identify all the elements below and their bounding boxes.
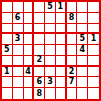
cell-r2-c5-empty[interactable] bbox=[45, 13, 56, 24]
cell-r9-c5-empty[interactable] bbox=[45, 88, 56, 99]
cell-r1-c3-empty[interactable] bbox=[24, 2, 35, 13]
given-digit: 7 bbox=[69, 78, 75, 86]
cell-r9-c2-empty[interactable] bbox=[13, 88, 24, 99]
cell-r7-c7-given-2[interactable]: 2 bbox=[67, 67, 78, 78]
cell-r6-c2-empty[interactable] bbox=[13, 56, 24, 67]
given-digit: 5 bbox=[4, 46, 10, 54]
cell-r6-c6-empty[interactable] bbox=[56, 56, 67, 67]
cell-r2-c7-given-8[interactable]: 8 bbox=[67, 13, 78, 24]
given-digit: 8 bbox=[36, 90, 42, 98]
cell-r1-c9-empty[interactable] bbox=[88, 2, 99, 13]
cell-r9-c6-empty[interactable] bbox=[56, 88, 67, 99]
given-digit: 1 bbox=[4, 68, 10, 76]
cell-r6-c8-empty[interactable] bbox=[77, 56, 88, 67]
cell-r3-c6-empty[interactable] bbox=[56, 24, 67, 35]
cell-r1-c8-empty[interactable] bbox=[77, 2, 88, 13]
cell-r6-c7-empty[interactable] bbox=[67, 56, 78, 67]
cell-r3-c2-empty[interactable] bbox=[13, 24, 24, 35]
cell-r8-c8-empty[interactable] bbox=[77, 77, 88, 88]
given-digit: 4 bbox=[25, 68, 31, 76]
cell-r1-c5-given-5[interactable]: 5 bbox=[45, 2, 56, 13]
cell-r1-c2-empty[interactable] bbox=[13, 2, 24, 13]
given-digit: 1 bbox=[57, 3, 63, 11]
cell-r6-c5-empty[interactable] bbox=[45, 56, 56, 67]
cell-r2-c4-empty[interactable] bbox=[34, 13, 45, 24]
cell-r8-c9-empty[interactable] bbox=[88, 77, 99, 88]
cell-r1-c7-empty[interactable] bbox=[67, 2, 78, 13]
cell-r1-c4-empty[interactable] bbox=[34, 2, 45, 13]
cell-r3-c5-empty[interactable] bbox=[45, 24, 56, 35]
cell-r2-c8-empty[interactable] bbox=[77, 13, 88, 24]
cell-r2-c2-given-6[interactable]: 6 bbox=[13, 13, 24, 24]
cell-r1-c6-given-1[interactable]: 1 bbox=[56, 2, 67, 13]
given-digit: 4 bbox=[80, 46, 86, 54]
cell-r7-c4-empty[interactable] bbox=[34, 67, 45, 78]
cell-r4-c3-empty[interactable] bbox=[24, 34, 35, 45]
cell-r7-c6-empty[interactable] bbox=[56, 67, 67, 78]
given-digit: 8 bbox=[69, 14, 75, 22]
cell-r3-c9-empty[interactable] bbox=[88, 24, 99, 35]
cell-r3-c4-empty[interactable] bbox=[34, 24, 45, 35]
given-digit: 5 bbox=[80, 35, 86, 43]
cell-r8-c3-empty[interactable] bbox=[24, 77, 35, 88]
cell-r3-c3-empty[interactable] bbox=[24, 24, 35, 35]
cell-r1-c1-empty[interactable] bbox=[2, 2, 13, 13]
cell-r4-c1-empty[interactable] bbox=[2, 34, 13, 45]
cell-r5-c4-empty[interactable] bbox=[34, 45, 45, 56]
given-digit: 6 bbox=[36, 78, 42, 86]
cell-r4-c8-given-5[interactable]: 5 bbox=[77, 34, 88, 45]
cell-r9-c7-empty[interactable] bbox=[67, 88, 78, 99]
cell-r6-c9-empty[interactable] bbox=[88, 56, 99, 67]
cell-r8-c2-empty[interactable] bbox=[13, 77, 24, 88]
cell-r5-c7-empty[interactable] bbox=[67, 45, 78, 56]
cell-r6-c3-empty[interactable] bbox=[24, 56, 35, 67]
cell-r6-c1-empty[interactable] bbox=[2, 56, 13, 67]
cell-r5-c2-empty[interactable] bbox=[13, 45, 24, 56]
cell-r5-c8-given-4[interactable]: 4 bbox=[77, 45, 88, 56]
cell-r7-c1-given-1[interactable]: 1 bbox=[2, 67, 13, 78]
cell-r3-c7-empty[interactable] bbox=[67, 24, 78, 35]
cell-r4-c5-empty[interactable] bbox=[45, 34, 56, 45]
cell-r3-c8-empty[interactable] bbox=[77, 24, 88, 35]
cell-r7-c3-given-4[interactable]: 4 bbox=[24, 67, 35, 78]
cell-r8-c1-empty[interactable] bbox=[2, 77, 13, 88]
cell-r4-c9-given-1[interactable]: 1 bbox=[88, 34, 99, 45]
given-digit: 6 bbox=[15, 14, 21, 22]
cell-r2-c6-empty[interactable] bbox=[56, 13, 67, 24]
cell-r7-c9-empty[interactable] bbox=[88, 67, 99, 78]
given-digit: 3 bbox=[15, 35, 21, 43]
cell-r9-c9-empty[interactable] bbox=[88, 88, 99, 99]
given-digit: 3 bbox=[47, 78, 53, 86]
cell-r6-c4-given-2[interactable]: 2 bbox=[34, 56, 45, 67]
cell-r9-c8-empty[interactable] bbox=[77, 88, 88, 99]
given-digit: 1 bbox=[91, 35, 97, 43]
cell-r2-c1-empty[interactable] bbox=[2, 13, 13, 24]
cell-r4-c7-empty[interactable] bbox=[67, 34, 78, 45]
cell-r5-c9-empty[interactable] bbox=[88, 45, 99, 56]
cell-r4-c6-empty[interactable] bbox=[56, 34, 67, 45]
cell-r2-c9-empty[interactable] bbox=[88, 13, 99, 24]
cell-r5-c3-empty[interactable] bbox=[24, 45, 35, 56]
sudoku-board: 51683515421426378 bbox=[0, 0, 101, 101]
given-digit: 2 bbox=[36, 56, 42, 64]
cell-r4-c4-empty[interactable] bbox=[34, 34, 45, 45]
cell-r5-c5-empty[interactable] bbox=[45, 45, 56, 56]
cell-r7-c8-empty[interactable] bbox=[77, 67, 88, 78]
cell-r8-c5-given-3[interactable]: 3 bbox=[45, 77, 56, 88]
cell-r5-c6-empty[interactable] bbox=[56, 45, 67, 56]
cell-r8-c4-given-6[interactable]: 6 bbox=[34, 77, 45, 88]
cell-r5-c1-given-5[interactable]: 5 bbox=[2, 45, 13, 56]
cell-r3-c1-empty[interactable] bbox=[2, 24, 13, 35]
cell-r9-c4-given-8[interactable]: 8 bbox=[34, 88, 45, 99]
cell-r8-c6-empty[interactable] bbox=[56, 77, 67, 88]
cell-r4-c2-given-3[interactable]: 3 bbox=[13, 34, 24, 45]
given-digit: 2 bbox=[69, 68, 75, 76]
cell-r9-c1-empty[interactable] bbox=[2, 88, 13, 99]
cell-r9-c3-empty[interactable] bbox=[24, 88, 35, 99]
cell-r7-c2-empty[interactable] bbox=[13, 67, 24, 78]
cell-r7-c5-empty[interactable] bbox=[45, 67, 56, 78]
given-digit: 5 bbox=[47, 3, 53, 11]
cell-r8-c7-given-7[interactable]: 7 bbox=[67, 77, 78, 88]
cell-r2-c3-empty[interactable] bbox=[24, 13, 35, 24]
